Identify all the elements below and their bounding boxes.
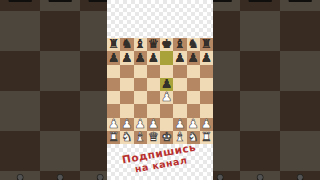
piece-white-bishop: ♝ [174,131,185,144]
square-d5[interactable] [147,78,160,91]
square-a7: ♟ [0,0,40,11]
square-a7[interactable]: ♟ [107,51,120,64]
piece-white-pawn: ♟ [243,170,277,180]
square-g7[interactable]: ♟ [187,51,200,64]
piece-white-rook: ♜ [108,131,119,144]
square-a4[interactable] [107,91,120,104]
square-g3 [240,131,280,171]
video-content[interactable]: ♜♞♝♛♚♝♞♜♟♟♟♟♟♟♟♟♟♟♟♟♟♟♟♟♜♞♝♛♚♝♞♜ Подпиши… [107,0,213,180]
piece-white-pawn: ♟ [3,170,37,180]
piece-black-king: ♚ [161,38,172,51]
piece-black-pawn: ♟ [43,0,77,8]
square-a6[interactable] [107,65,120,78]
square-d7[interactable]: ♟ [147,51,160,64]
piece-black-pawn: ♟ [243,0,277,8]
square-h6[interactable] [200,65,213,78]
piece-black-pawn: ♟ [188,51,199,64]
piece-black-pawn: ♟ [174,51,185,64]
square-b6 [40,11,80,51]
square-a3 [0,131,40,171]
piece-black-pawn: ♟ [135,51,146,64]
square-b3 [40,131,80,171]
piece-black-pawn: ♟ [3,0,37,8]
square-b2: ♟ [40,171,80,180]
square-h3 [280,131,320,171]
piece-white-bishop: ♝ [135,131,146,144]
square-a4 [0,91,40,131]
square-h4 [280,91,320,131]
piece-white-pawn: ♟ [283,170,317,180]
square-g4 [240,91,280,131]
square-e8[interactable]: ♚ [160,38,173,51]
square-f5[interactable] [173,78,186,91]
piece-white-queen: ♛ [148,131,159,144]
piece-black-pawn: ♟ [283,0,317,8]
square-g4[interactable] [187,91,200,104]
square-h2: ♟ [280,171,320,180]
chess-board[interactable]: ♜♞♝♛♚♝♞♜♟♟♟♟♟♟♟♟♟♟♟♟♟♟♟♟♜♞♝♛♚♝♞♜ [107,38,213,144]
piece-black-pawn: ♟ [108,51,119,64]
piece-black-pawn: ♟ [201,51,212,64]
square-d6[interactable] [147,65,160,78]
square-e7[interactable] [160,51,173,64]
square-c5[interactable] [134,78,147,91]
square-h7: ♟ [280,0,320,11]
square-b1[interactable]: ♞ [120,131,133,144]
square-b4 [40,91,80,131]
square-a2: ♟ [0,171,40,180]
piece-white-pawn: ♟ [161,91,172,104]
square-d4[interactable] [147,91,160,104]
square-g5 [240,51,280,91]
square-g2: ♟ [240,171,280,180]
piece-black-pawn: ♟ [148,51,159,64]
transparent-area-top [107,0,213,38]
square-g7: ♟ [240,0,280,11]
square-a6 [0,11,40,51]
square-e1[interactable]: ♚ [160,131,173,144]
square-f6[interactable] [173,65,186,78]
square-e3[interactable] [160,104,173,117]
square-h5[interactable] [200,78,213,91]
square-b5[interactable] [120,78,133,91]
square-f4[interactable] [173,91,186,104]
square-c6[interactable] [134,65,147,78]
square-g6[interactable] [187,65,200,78]
piece-white-knight: ♞ [121,131,132,144]
piece-black-pawn: ♟ [121,51,132,64]
square-a5 [0,51,40,91]
square-c4[interactable] [134,91,147,104]
square-g5[interactable] [187,78,200,91]
piece-white-pawn: ♟ [43,170,77,180]
square-h5 [280,51,320,91]
square-c7[interactable]: ♟ [134,51,147,64]
piece-white-king: ♚ [161,131,172,144]
square-h7[interactable]: ♟ [200,51,213,64]
square-b5 [40,51,80,91]
square-h6 [280,11,320,51]
square-b6[interactable] [120,65,133,78]
square-b7[interactable]: ♟ [120,51,133,64]
square-f7[interactable]: ♟ [173,51,186,64]
square-h4[interactable] [200,91,213,104]
square-g6 [240,11,280,51]
square-b7: ♟ [40,0,80,11]
video-frame: ♜♞♝♛♚♝♞♜♟♟♟♟♟♟♟♟♟♟♟♟♟♟♟♟♜♞♝♛♚♝♞♜ ♜♞♝♛♚♝♞… [0,0,320,180]
square-b4[interactable] [120,91,133,104]
square-c1[interactable]: ♝ [134,131,147,144]
square-a5[interactable] [107,78,120,91]
square-d1[interactable]: ♛ [147,131,160,144]
square-a1[interactable]: ♜ [107,131,120,144]
square-e4[interactable]: ♟ [160,91,173,104]
